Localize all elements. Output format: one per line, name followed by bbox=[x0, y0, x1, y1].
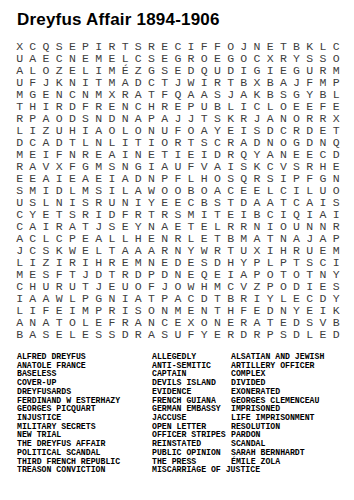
word-list-item: ALSATIAN AND JEWISH bbox=[231, 352, 324, 361]
word-list-row: POLITICAL SCANDALPUBLIC OPINIONSARAH BER… bbox=[17, 448, 347, 457]
word-list-row: BASELESSCAPTAINCOMPLEX bbox=[17, 369, 347, 378]
grid-cell: S bbox=[158, 329, 171, 341]
word-list-item: MISCARRIAGE OF JUSTICE bbox=[152, 465, 260, 474]
word-list-row: NEW TRIALOFFICER STRIPESPARDON bbox=[17, 430, 347, 439]
word-list: ALFRED DREYFUSALLEGEDLYALSATIAN AND JEWI… bbox=[17, 352, 347, 474]
grid-cell: A bbox=[145, 329, 158, 341]
word-list-item: REINSTATED bbox=[152, 439, 201, 448]
word-list-item: THE PRESS bbox=[152, 457, 196, 466]
word-list-item: ANTI-SEMITIC bbox=[152, 361, 211, 370]
word-list-item: OFFICER STRIPES bbox=[152, 430, 226, 439]
grid-cell: D bbox=[119, 329, 132, 341]
word-search-grid: XCQSEPIRTSRECIFFOJNETBKLCUAECNEMELCSEGRO… bbox=[13, 41, 343, 341]
word-list-item: ALFRED DREYFUS bbox=[17, 352, 86, 361]
word-list-item: COMPLEX bbox=[231, 369, 265, 378]
grid-cell: F bbox=[184, 329, 197, 341]
grid-cell: B bbox=[13, 329, 26, 341]
word-list-item: DREYFUSARDS bbox=[17, 387, 71, 396]
word-list-item: TREASON CONVICTION bbox=[17, 465, 105, 474]
word-list-item: DIVIDED bbox=[231, 378, 265, 387]
word-list-item: POLITICAL SCANDAL bbox=[17, 448, 101, 457]
grid-cell: E bbox=[316, 329, 329, 341]
grid-cell: R bbox=[132, 329, 145, 341]
word-list-item: INJUSTICE bbox=[17, 413, 61, 422]
word-list-item: ÉMILE ZOLA bbox=[231, 457, 280, 466]
word-list-item: COVER-UP bbox=[17, 378, 56, 387]
word-list-item: FRENCH GUIANA bbox=[152, 396, 216, 405]
word-list-item: JACCUSE bbox=[152, 413, 186, 422]
word-list-item: CAPTAIN bbox=[152, 369, 186, 378]
word-list-item: MILITARY SECRETS bbox=[17, 422, 96, 431]
word-list-item: THIRD FRENCH REPUBLIC bbox=[17, 457, 120, 466]
word-list-item: PUBLIC OPINION bbox=[152, 448, 221, 457]
grid-cell: Y bbox=[198, 329, 211, 341]
word-list-item: FERDINAND W ESTERHAZY bbox=[17, 396, 120, 405]
grid-cell: R bbox=[250, 329, 263, 341]
grid-cell: S bbox=[39, 329, 52, 341]
word-list-item: DEVILS ISLAND bbox=[152, 378, 216, 387]
word-list-item: PARDON bbox=[231, 430, 260, 439]
word-list-item: LIFE IMPRISONMENT bbox=[231, 413, 315, 422]
word-list-row: ANATOLE FRANCEANTI-SEMITICARTILLERY OFFI… bbox=[17, 361, 347, 370]
grid-cell: U bbox=[171, 329, 184, 341]
word-list-item: BASELESS bbox=[17, 369, 56, 378]
word-list-row: FERDINAND W ESTERHAZYFRENCH GUIANAGEORGE… bbox=[17, 396, 347, 405]
word-list-item: SARAH BERNHARDT bbox=[231, 448, 305, 457]
grid-cell: D bbox=[290, 329, 303, 341]
word-list-item: ANATOLE FRANCE bbox=[17, 361, 86, 370]
grid-cell: D bbox=[237, 329, 250, 341]
grid-cell: S bbox=[92, 329, 105, 341]
word-list-row: THE DREYFUS AFFAIRREINSTATEDSCANDAL bbox=[17, 439, 347, 448]
word-list-row: TREASON CONVICTIONMISCARRIAGE OF JUSTICE bbox=[17, 465, 347, 474]
word-list-item: ALLEGEDLY bbox=[152, 352, 196, 361]
word-list-row: COVER-UPDEVILS ISLANDDIVIDED bbox=[17, 378, 347, 387]
word-list-row: THIRD FRENCH REPUBLICTHE PRESSÉMILE ZOLA bbox=[17, 457, 347, 466]
word-list-row: INJUSTICEJACCUSELIFE IMPRISONMENT bbox=[17, 413, 347, 422]
word-list-item: EVIDENCE bbox=[152, 387, 191, 396]
word-list-row: MILITARY SECRETSOPEN LETTERRESOLUTION bbox=[17, 422, 347, 431]
word-list-row: ALFRED DREYFUSALLEGEDLYALSATIAN AND JEWI… bbox=[17, 352, 347, 361]
grid-cell: L bbox=[66, 329, 79, 341]
grid-cell: S bbox=[105, 329, 118, 341]
word-list-item: ARTILLERY OFFICER bbox=[231, 361, 315, 370]
word-list-item: IMPRISONED bbox=[231, 404, 280, 413]
grid-cell: D bbox=[330, 329, 343, 341]
grid-cell: P bbox=[264, 329, 277, 341]
word-list-item: THE DREYFUS AFFAIR bbox=[17, 439, 105, 448]
word-list-item: OPEN LETTER bbox=[152, 422, 206, 431]
page-title: Dreyfus Affair 1894-1906 bbox=[17, 10, 220, 30]
word-list-item: GEORGES PICQUART bbox=[17, 404, 96, 413]
grid-cell: R bbox=[224, 329, 237, 341]
word-list-row: GEORGES PICQUARTGERMAN EMBASSYIMPRISONED bbox=[17, 404, 347, 413]
grid-cell: E bbox=[53, 329, 66, 341]
word-list-item: EXONERATED bbox=[231, 387, 280, 396]
word-list-item: RESOLUTION bbox=[231, 422, 280, 431]
word-search-worksheet: { "game": "word-search", "title": "Dreyf… bbox=[0, 0, 354, 500]
grid-cell: A bbox=[26, 329, 39, 341]
grid-cell: E bbox=[79, 329, 92, 341]
word-list-item: GERMAN EMBASSY bbox=[152, 404, 221, 413]
word-list-item: GEORGES CLEMENCEAU bbox=[231, 396, 319, 405]
word-list-item: SCANDAL bbox=[231, 439, 265, 448]
grid-cell: E bbox=[211, 329, 224, 341]
word-list-item: NEW TRIAL bbox=[17, 430, 61, 439]
grid-cell: S bbox=[277, 329, 290, 341]
grid-cell: L bbox=[303, 329, 316, 341]
word-list-row: DREYFUSARDSEVIDENCEEXONERATED bbox=[17, 387, 347, 396]
